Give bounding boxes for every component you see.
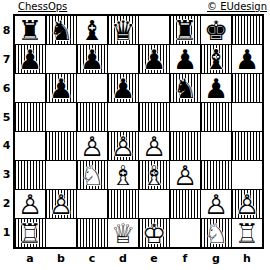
piece-glyph: ♟ [201,74,231,102]
piece-silhouette: ♟ [108,74,138,102]
piece-glyph: ♛ [108,16,138,44]
piece-silhouette: ♟ [139,132,169,160]
piece-glyph: ♙ [108,132,138,160]
piece-white-king[interactable]: ♚♔ [139,219,169,247]
piece-silhouette: ♟ [170,45,200,73]
piece-glyph: ♗ [108,161,138,189]
rank-label-6: 6 [0,74,13,103]
square-e6[interactable] [139,74,169,102]
piece-silhouette: ♜ [232,219,262,247]
piece-glyph: ♙ [139,132,169,160]
piece-glyph: ♜ [170,16,200,44]
file-label-f: f [170,251,200,266]
rank-label-2: 2 [0,189,13,218]
piece-glyph: ♟ [232,45,262,73]
piece-glyph: ♙ [46,190,76,218]
square-b4[interactable] [46,132,76,160]
square-b6[interactable]: ♟♟ [46,74,76,102]
piece-silhouette: ♝ [201,45,231,73]
piece-glyph: ♗ [139,161,169,189]
square-b5[interactable] [46,103,76,131]
piece-glyph: ♟ [108,74,138,102]
piece-silhouette: ♞ [77,161,107,189]
rank-label-1: 1 [0,218,13,247]
square-g4[interactable] [201,132,231,160]
square-g2[interactable]: ♟♙ [201,190,231,218]
app-title-link[interactable]: ChessOps [18,0,67,13]
piece-silhouette: ♟ [77,45,107,73]
piece-black-pawn[interactable]: ♟♟ [15,45,45,73]
square-f2[interactable] [170,190,200,218]
square-c8[interactable]: ♝♝ [77,16,107,44]
square-b8[interactable]: ♞♞ [46,16,76,44]
piece-white-pawn[interactable]: ♟♙ [15,190,45,218]
piece-silhouette: ♟ [201,190,231,218]
square-a8[interactable]: ♜♜ [15,16,45,44]
square-f1[interactable] [170,219,200,247]
file-label-b: b [46,251,76,266]
square-f5[interactable] [170,103,200,131]
rank-label-7: 7 [0,45,13,74]
piece-white-pawn[interactable]: ♟♙ [201,190,231,218]
piece-silhouette: ♝ [108,161,138,189]
square-c4[interactable]: ♟♙ [77,132,107,160]
piece-glyph: ♞ [46,16,76,44]
piece-black-king[interactable]: ♚♚ [201,16,231,44]
rank-labels: 87654321 [0,16,13,247]
piece-silhouette: ♟ [232,45,262,73]
piece-black-rook[interactable]: ♜♜ [15,16,45,44]
square-a4[interactable] [15,132,45,160]
piece-black-bishop[interactable]: ♝♝ [201,45,231,73]
square-a2[interactable]: ♟♙ [15,190,45,218]
square-b7[interactable] [46,45,76,73]
file-label-g: g [201,251,231,266]
piece-silhouette: ♞ [46,16,76,44]
square-f4[interactable] [170,132,200,160]
file-label-e: e [139,251,169,266]
file-labels: abcdefgh [15,251,262,266]
square-e4[interactable]: ♟♙ [139,132,169,160]
square-g5[interactable] [201,103,231,131]
piece-silhouette: ♜ [15,219,45,247]
piece-silhouette: ♟ [232,190,262,218]
square-a7[interactable]: ♟♟ [15,45,45,73]
piece-white-rook[interactable]: ♜♖ [232,219,262,247]
square-f8[interactable]: ♜♜ [170,16,200,44]
square-h2[interactable]: ♟♙ [232,190,262,218]
square-h6[interactable] [232,74,262,102]
piece-glyph: ♟ [170,45,200,73]
square-d4[interactable]: ♟♙ [108,132,138,160]
square-c2[interactable] [77,190,107,218]
square-a6[interactable] [15,74,45,102]
square-d1[interactable]: ♛♕ [108,219,138,247]
piece-glyph: ♘ [201,219,231,247]
piece-glyph: ♕ [108,219,138,247]
piece-silhouette: ♜ [170,16,200,44]
square-h8[interactable] [232,16,262,44]
piece-black-knight[interactable]: ♞♞ [170,74,200,102]
piece-black-knight[interactable]: ♞♞ [46,16,76,44]
square-g8[interactable]: ♚♚ [201,16,231,44]
piece-glyph: ♙ [15,190,45,218]
piece-silhouette: ♟ [139,45,169,73]
piece-silhouette: ♟ [201,74,231,102]
credit-link[interactable]: © EUdesign [207,0,267,13]
square-h4[interactable] [232,132,262,160]
piece-black-pawn[interactable]: ♟♟ [46,74,76,102]
piece-silhouette: ♟ [46,190,76,218]
square-c1[interactable] [77,219,107,247]
piece-silhouette: ♟ [46,74,76,102]
square-e8[interactable] [139,16,169,44]
piece-glyph: ♞ [170,74,200,102]
rank-label-5: 5 [0,103,13,132]
piece-white-bishop[interactable]: ♝♗ [139,161,169,189]
square-h3[interactable] [232,161,262,189]
piece-glyph: ♟ [77,45,107,73]
square-g1[interactable]: ♞♘ [201,219,231,247]
piece-silhouette: ♞ [170,74,200,102]
piece-glyph: ♟ [46,74,76,102]
piece-white-knight[interactable]: ♞♘ [77,161,107,189]
piece-glyph: ♖ [232,219,262,247]
chess-diagram-window: ChessOps © EUdesign 87654321 ♜♜♞♞♝♝♛♛♜♜♚… [0,0,270,270]
rank-label-4: 4 [0,132,13,161]
piece-silhouette: ♟ [15,190,45,218]
square-g6[interactable]: ♟♟ [201,74,231,102]
piece-glyph: ♖ [15,219,45,247]
piece-black-rook[interactable]: ♜♜ [170,16,200,44]
piece-silhouette: ♞ [201,219,231,247]
piece-glyph: ♜ [15,16,45,44]
square-a3[interactable] [15,161,45,189]
piece-black-queen[interactable]: ♛♛ [108,16,138,44]
piece-black-pawn[interactable]: ♟♟ [170,45,200,73]
piece-glyph: ♘ [77,161,107,189]
piece-glyph: ♙ [232,190,262,218]
piece-glyph: ♝ [77,16,107,44]
piece-glyph: ♙ [77,132,107,160]
piece-white-pawn[interactable]: ♟♙ [170,161,200,189]
square-e5[interactable] [139,103,169,131]
square-h5[interactable] [232,103,262,131]
square-c7[interactable]: ♟♟ [77,45,107,73]
file-label-c: c [77,251,107,266]
piece-glyph: ♙ [170,161,200,189]
rank-label-3: 3 [0,160,13,189]
piece-black-pawn[interactable]: ♟♟ [201,74,231,102]
piece-glyph: ♝ [201,45,231,73]
piece-glyph: ♟ [139,45,169,73]
piece-silhouette: ♟ [15,45,45,73]
piece-glyph: ♟ [15,45,45,73]
square-d3[interactable]: ♝♗ [108,161,138,189]
square-b1[interactable] [46,219,76,247]
piece-white-knight[interactable]: ♞♘ [201,219,231,247]
square-d2[interactable] [108,190,138,218]
square-d7[interactable] [108,45,138,73]
square-f3[interactable]: ♟♙ [170,161,200,189]
piece-black-pawn[interactable]: ♟♟ [139,45,169,73]
square-d6[interactable]: ♟♟ [108,74,138,102]
piece-white-pawn[interactable]: ♟♙ [77,132,107,160]
square-e7[interactable]: ♟♟ [139,45,169,73]
square-b2[interactable]: ♟♙ [46,190,76,218]
piece-black-pawn[interactable]: ♟♟ [232,45,262,73]
square-f7[interactable]: ♟♟ [170,45,200,73]
piece-white-pawn[interactable]: ♟♙ [232,190,262,218]
file-label-h: h [232,251,262,266]
piece-silhouette: ♚ [201,16,231,44]
square-c3[interactable]: ♞♘ [77,161,107,189]
square-d8[interactable]: ♛♛ [108,16,138,44]
square-c5[interactable] [77,103,107,131]
piece-white-pawn[interactable]: ♟♙ [46,190,76,218]
piece-black-pawn[interactable]: ♟♟ [108,74,138,102]
square-a5[interactable] [15,103,45,131]
piece-silhouette: ♟ [170,161,200,189]
square-a1[interactable]: ♜♖ [15,219,45,247]
piece-black-bishop[interactable]: ♝♝ [77,16,107,44]
square-f6[interactable]: ♞♞ [170,74,200,102]
piece-glyph: ♔ [139,219,169,247]
square-d5[interactable] [108,103,138,131]
piece-silhouette: ♚ [139,219,169,247]
piece-white-bishop[interactable]: ♝♗ [108,161,138,189]
square-c6[interactable] [77,74,107,102]
square-h7[interactable]: ♟♟ [232,45,262,73]
piece-silhouette: ♝ [77,16,107,44]
square-h1[interactable]: ♜♖ [232,219,262,247]
square-e3[interactable]: ♝♗ [139,161,169,189]
chess-board: ♜♜♞♞♝♝♛♛♜♜♚♚♟♟♟♟♟♟♟♟♝♝♟♟♟♟♟♟♞♞♟♟♟♙♟♙♟♙♞♘… [13,14,264,249]
piece-glyph: ♚ [201,16,231,44]
file-label-d: d [108,251,138,266]
piece-white-pawn[interactable]: ♟♙ [108,132,138,160]
piece-silhouette: ♛ [108,219,138,247]
piece-silhouette: ♟ [108,132,138,160]
piece-glyph: ♙ [201,190,231,218]
square-e2[interactable] [139,190,169,218]
rank-label-8: 8 [0,16,13,45]
piece-white-rook[interactable]: ♜♖ [15,219,45,247]
piece-black-pawn[interactable]: ♟♟ [77,45,107,73]
piece-silhouette: ♟ [77,132,107,160]
piece-white-pawn[interactable]: ♟♙ [139,132,169,160]
piece-white-queen[interactable]: ♛♕ [108,219,138,247]
piece-silhouette: ♜ [15,16,45,44]
file-label-a: a [15,251,45,266]
piece-silhouette: ♛ [108,16,138,44]
square-e1[interactable]: ♚♔ [139,219,169,247]
square-b3[interactable] [46,161,76,189]
piece-silhouette: ♝ [139,161,169,189]
square-g7[interactable]: ♝♝ [201,45,231,73]
square-g3[interactable] [201,161,231,189]
